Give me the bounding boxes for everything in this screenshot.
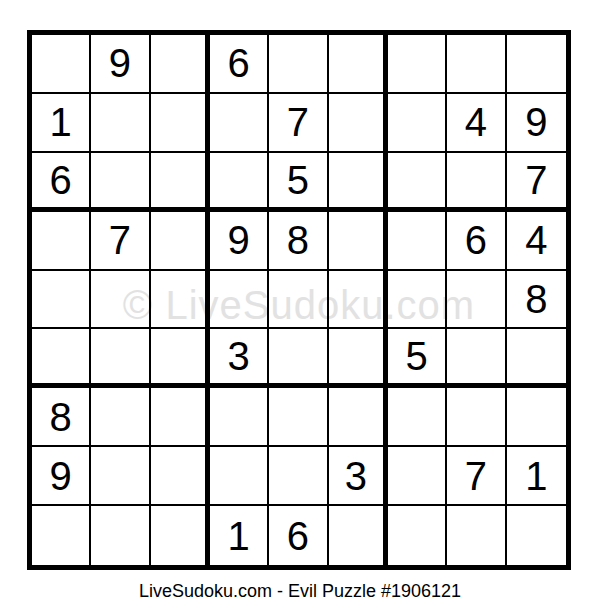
cell-r9c3[interactable] — [151, 506, 210, 565]
cell-r4c9[interactable]: 4 — [507, 212, 566, 271]
cell-r6c6[interactable] — [329, 329, 388, 388]
cell-r2c7[interactable] — [388, 94, 447, 153]
cell-r7c7[interactable] — [388, 388, 447, 447]
cell-r7c4[interactable] — [210, 388, 269, 447]
cell-r5c4[interactable] — [210, 271, 269, 330]
cell-r5c8[interactable] — [447, 271, 506, 330]
cell-r8c2[interactable] — [91, 447, 150, 506]
cell-r2c1[interactable]: 1 — [32, 94, 91, 153]
cell-r4c4[interactable]: 9 — [210, 212, 269, 271]
cell-r3c8[interactable] — [447, 153, 506, 212]
cell-r1c2[interactable]: 9 — [91, 35, 150, 94]
cell-r8c4[interactable] — [210, 447, 269, 506]
cell-r9c6[interactable] — [329, 506, 388, 565]
cell-r1c4[interactable]: 6 — [210, 35, 269, 94]
cell-r7c5[interactable] — [269, 388, 328, 447]
cell-r3c6[interactable] — [329, 153, 388, 212]
cell-r1c8[interactable] — [447, 35, 506, 94]
cell-r1c5[interactable] — [269, 35, 328, 94]
cell-r8c7[interactable] — [388, 447, 447, 506]
cell-r6c3[interactable] — [151, 329, 210, 388]
cell-r6c5[interactable] — [269, 329, 328, 388]
cell-r2c9[interactable]: 9 — [507, 94, 566, 153]
cell-r2c6[interactable] — [329, 94, 388, 153]
cell-r5c1[interactable] — [32, 271, 91, 330]
cell-r1c3[interactable] — [151, 35, 210, 94]
cell-r9c7[interactable] — [388, 506, 447, 565]
cell-r2c3[interactable] — [151, 94, 210, 153]
cell-r2c4[interactable] — [210, 94, 269, 153]
cell-r8c3[interactable] — [151, 447, 210, 506]
cell-r8c6[interactable]: 3 — [329, 447, 388, 506]
cell-r3c5[interactable]: 5 — [269, 153, 328, 212]
cell-r9c9[interactable] — [507, 506, 566, 565]
cell-r1c1[interactable] — [32, 35, 91, 94]
cell-r4c6[interactable] — [329, 212, 388, 271]
cell-r8c1[interactable]: 9 — [32, 447, 91, 506]
cell-r7c8[interactable] — [447, 388, 506, 447]
cell-r6c9[interactable] — [507, 329, 566, 388]
cell-r9c5[interactable]: 6 — [269, 506, 328, 565]
cell-r4c1[interactable] — [32, 212, 91, 271]
cell-r8c5[interactable] — [269, 447, 328, 506]
cell-r3c9[interactable]: 7 — [507, 153, 566, 212]
cell-r4c5[interactable]: 8 — [269, 212, 328, 271]
cell-r5c2[interactable] — [91, 271, 150, 330]
cell-r1c6[interactable] — [329, 35, 388, 94]
cell-r3c1[interactable]: 6 — [32, 153, 91, 212]
sudoku-board: © LiveSudoku.com 96174965779864835893711… — [27, 30, 571, 570]
cell-r8c8[interactable]: 7 — [447, 447, 506, 506]
puzzle-caption: LiveSudoku.com - Evil Puzzle #1906121 — [0, 580, 600, 602]
cell-r2c5[interactable]: 7 — [269, 94, 328, 153]
cell-r3c3[interactable] — [151, 153, 210, 212]
cell-r1c7[interactable] — [388, 35, 447, 94]
cell-r6c1[interactable] — [32, 329, 91, 388]
cell-r4c3[interactable] — [151, 212, 210, 271]
cell-r7c9[interactable] — [507, 388, 566, 447]
cell-r7c1[interactable]: 8 — [32, 388, 91, 447]
cell-r1c9[interactable] — [507, 35, 566, 94]
cell-r7c2[interactable] — [91, 388, 150, 447]
cell-r6c8[interactable] — [447, 329, 506, 388]
cell-r7c6[interactable] — [329, 388, 388, 447]
cell-r5c3[interactable] — [151, 271, 210, 330]
cell-r5c5[interactable] — [269, 271, 328, 330]
cell-r3c2[interactable] — [91, 153, 150, 212]
cell-r4c7[interactable] — [388, 212, 447, 271]
cell-r8c9[interactable]: 1 — [507, 447, 566, 506]
cell-r9c8[interactable] — [447, 506, 506, 565]
cell-r2c8[interactable]: 4 — [447, 94, 506, 153]
cell-r5c6[interactable] — [329, 271, 388, 330]
cell-r6c4[interactable]: 3 — [210, 329, 269, 388]
cell-r3c7[interactable] — [388, 153, 447, 212]
cell-r4c2[interactable]: 7 — [91, 212, 150, 271]
cell-r3c4[interactable] — [210, 153, 269, 212]
cell-r6c7[interactable]: 5 — [388, 329, 447, 388]
cell-r6c2[interactable] — [91, 329, 150, 388]
cell-r2c2[interactable] — [91, 94, 150, 153]
cell-r5c7[interactable] — [388, 271, 447, 330]
cell-r9c2[interactable] — [91, 506, 150, 565]
cell-r9c4[interactable]: 1 — [210, 506, 269, 565]
cell-r7c3[interactable] — [151, 388, 210, 447]
cell-r4c8[interactable]: 6 — [447, 212, 506, 271]
cell-r9c1[interactable] — [32, 506, 91, 565]
cell-r5c9[interactable]: 8 — [507, 271, 566, 330]
